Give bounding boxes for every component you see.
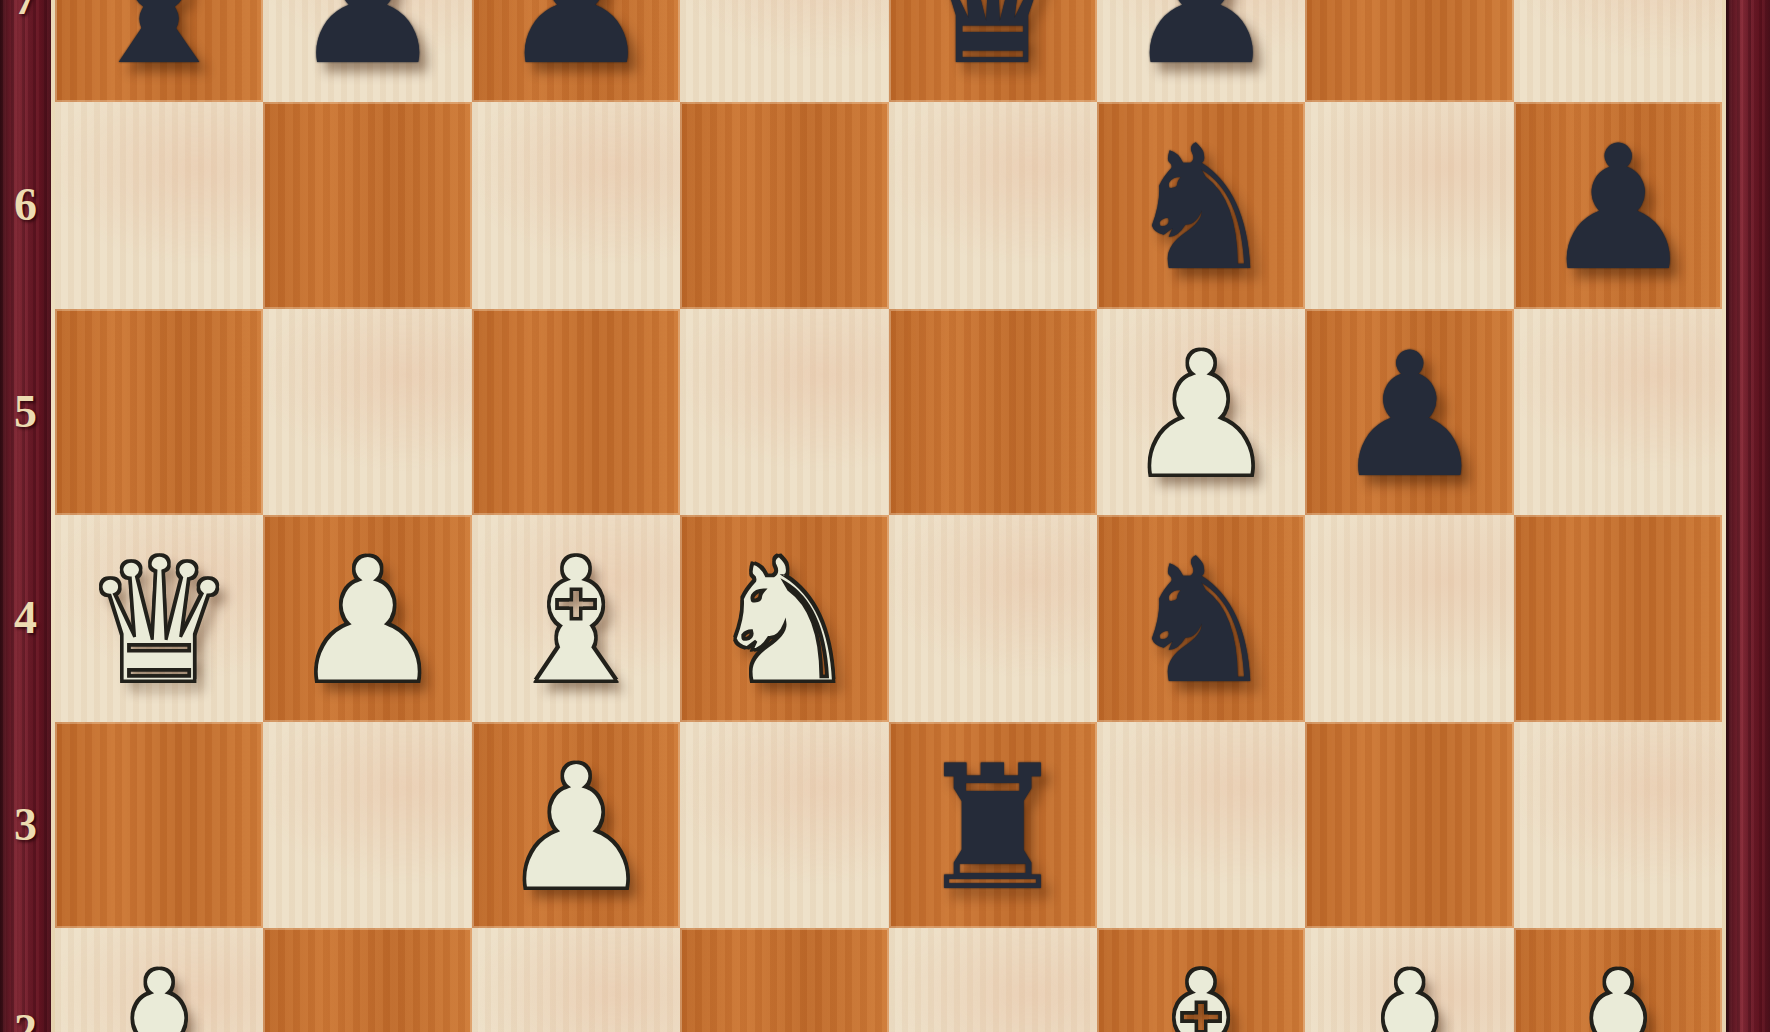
black-knight-f4[interactable]: ♞ <box>1097 519 1305 726</box>
square-d6[interactable] <box>680 102 888 309</box>
square-b7[interactable]: ♟ <box>263 0 471 102</box>
rank-label-6: 6 <box>0 182 51 228</box>
square-c7[interactable]: ♟ <box>472 0 680 102</box>
square-e4[interactable] <box>889 515 1097 722</box>
white-pawn-g2[interactable]: ♟ <box>1305 932 1513 1032</box>
square-e6[interactable] <box>889 102 1097 309</box>
square-h2[interactable]: ♟ <box>1514 928 1722 1032</box>
white-bishop-f2[interactable]: ♝ <box>1097 932 1305 1032</box>
square-c5[interactable] <box>472 309 680 516</box>
square-h3[interactable] <box>1514 722 1722 929</box>
square-f3[interactable] <box>1097 722 1305 929</box>
square-b4[interactable]: ♟ <box>263 515 471 722</box>
square-g7[interactable] <box>1305 0 1513 102</box>
square-e7[interactable]: ♛ <box>889 0 1097 102</box>
rank-label-5: 5 <box>0 389 51 435</box>
square-a7[interactable]: ♝ <box>55 0 263 102</box>
board-edge-line-left <box>51 0 55 1032</box>
square-h5[interactable] <box>1514 309 1722 516</box>
black-pawn-g5[interactable]: ♟ <box>1305 313 1513 520</box>
square-d7[interactable] <box>680 0 888 102</box>
black-pawn-b7[interactable]: ♟ <box>263 0 471 106</box>
square-d2[interactable] <box>680 928 888 1032</box>
white-bishop-c4[interactable]: ♝ <box>472 519 680 726</box>
square-c3[interactable]: ♟ <box>472 722 680 929</box>
square-d3[interactable] <box>680 722 888 929</box>
square-a3[interactable] <box>55 722 263 929</box>
black-rook-e3[interactable]: ♜ <box>889 726 1097 933</box>
white-pawn-b4[interactable]: ♟ <box>263 519 471 726</box>
chess-diagram: ♝♟♟♛♟♞♟♟♟♛♟♝♞♞♟♜♟♝♟♟ 765432 <box>0 0 1770 1032</box>
rank-label-2: 2 <box>0 1008 51 1032</box>
square-g4[interactable] <box>1305 515 1513 722</box>
square-d5[interactable] <box>680 309 888 516</box>
square-f2[interactable]: ♝ <box>1097 928 1305 1032</box>
square-b2[interactable] <box>263 928 471 1032</box>
square-c4[interactable]: ♝ <box>472 515 680 722</box>
square-d4[interactable]: ♞ <box>680 515 888 722</box>
board-frame-left <box>0 0 51 1032</box>
board-frame-right <box>1726 0 1770 1032</box>
square-e5[interactable] <box>889 309 1097 516</box>
rank-label-4: 4 <box>0 595 51 641</box>
square-b6[interactable] <box>263 102 471 309</box>
black-bishop-a7[interactable]: ♝ <box>55 0 263 106</box>
square-h6[interactable]: ♟ <box>1514 102 1722 309</box>
rank-label-3: 3 <box>0 802 51 848</box>
square-g6[interactable] <box>1305 102 1513 309</box>
square-f4[interactable]: ♞ <box>1097 515 1305 722</box>
square-e3[interactable]: ♜ <box>889 722 1097 929</box>
black-pawn-f7[interactable]: ♟ <box>1097 0 1305 106</box>
square-c6[interactable] <box>472 102 680 309</box>
square-a6[interactable] <box>55 102 263 309</box>
black-pawn-h6[interactable]: ♟ <box>1514 106 1722 313</box>
white-pawn-h2[interactable]: ♟ <box>1514 932 1722 1032</box>
square-f7[interactable]: ♟ <box>1097 0 1305 102</box>
white-pawn-c3[interactable]: ♟ <box>472 726 680 933</box>
square-h7[interactable] <box>1514 0 1722 102</box>
square-b3[interactable] <box>263 722 471 929</box>
square-g2[interactable]: ♟ <box>1305 928 1513 1032</box>
square-g3[interactable] <box>1305 722 1513 929</box>
square-a4[interactable]: ♛ <box>55 515 263 722</box>
white-knight-d4[interactable]: ♞ <box>680 519 888 726</box>
square-e2[interactable] <box>889 928 1097 1032</box>
square-f5[interactable]: ♟ <box>1097 309 1305 516</box>
square-f6[interactable]: ♞ <box>1097 102 1305 309</box>
square-h4[interactable] <box>1514 515 1722 722</box>
square-g5[interactable]: ♟ <box>1305 309 1513 516</box>
white-pawn-f5[interactable]: ♟ <box>1097 313 1305 520</box>
black-pawn-c7[interactable]: ♟ <box>472 0 680 106</box>
white-queen-a4[interactable]: ♛ <box>55 519 263 726</box>
square-b5[interactable] <box>263 309 471 516</box>
black-queen-e7[interactable]: ♛ <box>889 0 1097 106</box>
square-c2[interactable] <box>472 928 680 1032</box>
black-knight-f6[interactable]: ♞ <box>1097 106 1305 313</box>
white-pawn-a2[interactable]: ♟ <box>55 932 263 1032</box>
square-a2[interactable]: ♟ <box>55 928 263 1032</box>
rank-label-7: 7 <box>0 0 51 22</box>
square-a5[interactable] <box>55 309 263 516</box>
